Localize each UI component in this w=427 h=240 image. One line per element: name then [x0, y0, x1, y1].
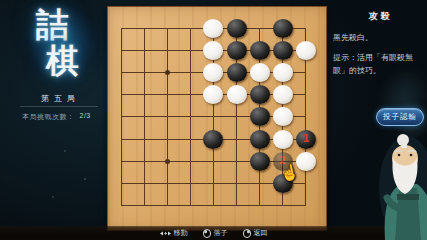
black-stone [227, 19, 247, 38]
puzzle-title: 攻殺 [333, 10, 425, 23]
attempts-value: 2/3 [80, 112, 91, 122]
board-point-C1[interactable] [156, 195, 179, 217]
puzzle-objective: 黑先殺白。 [333, 32, 425, 43]
dust-particle [64, 150, 66, 152]
white-stone [296, 152, 316, 171]
board-point-E8[interactable] [202, 39, 225, 61]
hint-back: 返回 [243, 228, 268, 238]
board-point-D5[interactable] [179, 106, 202, 128]
board-point-F2[interactable] [225, 173, 248, 195]
board-point-E3[interactable] [202, 150, 225, 172]
white-stone [273, 63, 293, 82]
black-stone [250, 130, 270, 149]
old-man-character [377, 128, 427, 240]
white-stone [227, 85, 247, 104]
black-stone [273, 19, 293, 38]
board-point-B4[interactable] [133, 128, 156, 150]
board-point-E1[interactable] [202, 195, 225, 217]
board-point-G9[interactable] [248, 17, 271, 39]
board-point-C6[interactable] [156, 84, 179, 106]
board-point-B3[interactable] [133, 150, 156, 172]
board-point-H7[interactable] [271, 61, 294, 83]
board-point-J5[interactable] [294, 106, 317, 128]
board-point-J9[interactable] [294, 17, 317, 39]
resign-button[interactable]: 投子認輸 [376, 108, 424, 126]
board-point-E9[interactable] [202, 17, 225, 39]
hint-place-label: 落子 [214, 228, 228, 238]
attempts-counter: 本局挑戰次數： 2/3 [22, 112, 91, 122]
dust-particle [84, 178, 86, 180]
mouse-left-icon [203, 229, 211, 238]
board-point-D4[interactable] [179, 128, 202, 150]
board-point-C8[interactable] [156, 39, 179, 61]
white-stone [273, 85, 293, 104]
board-point-H9[interactable] [271, 17, 294, 39]
board-point-A7[interactable] [110, 61, 133, 83]
board-point-G3[interactable] [248, 150, 271, 172]
black-stone [250, 85, 270, 104]
board-point-A3[interactable] [110, 150, 133, 172]
board-point-J4[interactable]: 1 [294, 128, 317, 150]
logo-tsumego-char-1: 詰 [36, 8, 69, 41]
mouse-right-icon [243, 229, 251, 238]
white-stone [203, 85, 223, 104]
board-point-F5[interactable] [225, 106, 248, 128]
board-point-C9[interactable] [156, 17, 179, 39]
board-point-G5[interactable] [248, 106, 271, 128]
board-point-A4[interactable] [110, 128, 133, 150]
board-point-B7[interactable] [133, 61, 156, 83]
board-point-A9[interactable] [110, 17, 133, 39]
board-point-J7[interactable] [294, 61, 317, 83]
star-point [165, 70, 170, 75]
black-stone: 1 [296, 130, 316, 149]
dust-particle [52, 196, 54, 198]
board-point-F1[interactable] [225, 195, 248, 217]
black-stone [203, 130, 223, 149]
white-stone [203, 63, 223, 82]
board-point-J8[interactable] [294, 39, 317, 61]
logo-tsumego-char-2: 棋 [46, 44, 79, 77]
board-point-C4[interactable] [156, 128, 179, 150]
board-point-F8[interactable] [225, 39, 248, 61]
board-point-A1[interactable] [110, 195, 133, 217]
board-point-C5[interactable] [156, 106, 179, 128]
hand-cursor-icon: ☝ [278, 162, 300, 183]
hint-move-label: 移動 [174, 228, 188, 238]
board-point-J6[interactable] [294, 84, 317, 106]
board-point-G7[interactable] [248, 61, 271, 83]
board-point-F4[interactable] [225, 128, 248, 150]
go-board-grid: 12 [110, 17, 318, 217]
board-point-G1[interactable] [248, 195, 271, 217]
board-point-D9[interactable] [179, 17, 202, 39]
board-point-J1[interactable] [294, 195, 317, 217]
black-stone [250, 152, 270, 171]
board-point-H4[interactable] [271, 128, 294, 150]
hint-place-stone: 落子 [203, 228, 228, 238]
board-point-G8[interactable] [248, 39, 271, 61]
board-point-H5[interactable] [271, 106, 294, 128]
board-point-F9[interactable] [225, 17, 248, 39]
white-stone [296, 41, 316, 60]
board-point-D6[interactable] [179, 84, 202, 106]
board-point-A6[interactable] [110, 84, 133, 106]
board-point-B5[interactable] [133, 106, 156, 128]
board-point-C7[interactable] [156, 61, 179, 83]
round-label: 第五局 [18, 93, 98, 104]
go-board: 12 ☝ [107, 6, 327, 231]
board-point-F6[interactable] [225, 84, 248, 106]
controls-hint-bar: 移動 落子 返回 [0, 226, 427, 240]
board-point-D3[interactable] [179, 150, 202, 172]
black-stone [227, 63, 247, 82]
board-point-D1[interactable] [179, 195, 202, 217]
black-stone [273, 41, 293, 60]
board-point-H1[interactable] [271, 195, 294, 217]
board-point-A2[interactable] [110, 173, 133, 195]
hint-back-label: 返回 [254, 228, 268, 238]
board-point-H8[interactable] [271, 39, 294, 61]
white-stone [273, 107, 293, 126]
board-point-B6[interactable] [133, 84, 156, 106]
board-point-D2[interactable] [179, 173, 202, 195]
board-point-D7[interactable] [179, 61, 202, 83]
board-point-C3[interactable] [156, 150, 179, 172]
board-point-E7[interactable] [202, 61, 225, 83]
puzzle-info-panel: 攻殺 黑先殺白。 提示：活用「有眼殺無眼」的技巧。 [333, 10, 425, 77]
white-stone [203, 19, 223, 38]
board-point-C2[interactable] [156, 173, 179, 195]
board-point-H6[interactable] [271, 84, 294, 106]
puzzle-hint: 提示：活用「有眼殺無眼」的技巧。 [333, 52, 425, 77]
divider [20, 106, 98, 107]
white-stone [203, 41, 223, 60]
board-point-B2[interactable] [133, 173, 156, 195]
board-point-G4[interactable] [248, 128, 271, 150]
board-point-E5[interactable] [202, 106, 225, 128]
white-stone [273, 130, 293, 149]
board-point-E2[interactable] [202, 173, 225, 195]
board-point-B1[interactable] [133, 195, 156, 217]
black-stone [250, 41, 270, 60]
board-point-G2[interactable] [248, 173, 271, 195]
dpad-icon [160, 229, 171, 238]
star-point [165, 159, 170, 164]
board-point-B8[interactable] [133, 39, 156, 61]
board-point-A5[interactable] [110, 106, 133, 128]
board-point-E4[interactable] [202, 128, 225, 150]
attempts-label: 本局挑戰次數： [22, 112, 75, 122]
black-stone [227, 41, 247, 60]
move-number-label: 1 [302, 134, 309, 144]
hint-move: 移動 [160, 228, 188, 238]
board-point-G6[interactable] [248, 84, 271, 106]
board-point-E6[interactable] [202, 84, 225, 106]
board-point-B9[interactable] [133, 17, 156, 39]
white-stone [250, 63, 270, 82]
board-point-D8[interactable] [179, 39, 202, 61]
board-point-A8[interactable] [110, 39, 133, 61]
black-stone [250, 107, 270, 126]
board-point-F7[interactable] [225, 61, 248, 83]
board-point-F3[interactable] [225, 150, 248, 172]
